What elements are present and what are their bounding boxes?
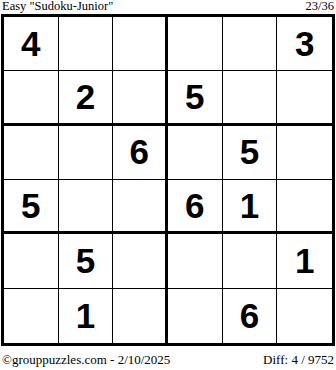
cell-r2c5 [223, 71, 278, 125]
cell-r2c6 [277, 71, 332, 125]
cell-r5c5 [223, 234, 278, 288]
cell-r4c3 [113, 180, 168, 234]
cell-r4c1: 5 [4, 180, 59, 234]
cell-r1c5 [223, 17, 278, 71]
cell-r1c4 [168, 17, 223, 71]
cell-r3c6 [277, 126, 332, 180]
copyright-text: ©grouppuzzles.com - 2/10/2025 [2, 353, 170, 367]
cell-r3c2 [59, 126, 114, 180]
header: Easy "Sudoku-Junior" 23/36 [2, 0, 334, 14]
cell-r5c4 [168, 234, 223, 288]
cell-r4c2 [59, 180, 114, 234]
cell-r2c4: 5 [168, 71, 223, 125]
cell-r6c1 [4, 289, 59, 343]
cell-r6c2: 1 [59, 289, 114, 343]
cell-r6c6 [277, 289, 332, 343]
footer: ©grouppuzzles.com - 2/10/2025 Diff: 4 / … [2, 352, 334, 367]
cell-r5c1 [4, 234, 59, 288]
cell-r3c3: 6 [113, 126, 168, 180]
puzzle-title: Easy "Sudoku-Junior" [2, 0, 113, 13]
puzzle-counter: 23/36 [306, 0, 334, 13]
cell-r2c3 [113, 71, 168, 125]
cell-r4c5: 1 [223, 180, 278, 234]
cell-r3c4 [168, 126, 223, 180]
cell-r1c6: 3 [277, 17, 332, 71]
cell-r3c1 [4, 126, 59, 180]
cell-r6c4 [168, 289, 223, 343]
cell-r4c6 [277, 180, 332, 234]
cell-r6c3 [113, 289, 168, 343]
cell-r5c3 [113, 234, 168, 288]
difficulty-text: Diff: 4 / 9752 [263, 353, 334, 367]
cell-r5c6: 1 [277, 234, 332, 288]
cell-r2c2: 2 [59, 71, 114, 125]
cell-r1c1: 4 [4, 17, 59, 71]
cell-r5c2: 5 [59, 234, 114, 288]
sudoku-junior-board: 4325655615116 [1, 14, 335, 346]
cell-r6c5: 6 [223, 289, 278, 343]
cell-r3c5: 5 [223, 126, 278, 180]
puzzle-page: Easy "Sudoku-Junior" 23/36 4325655615116… [0, 0, 336, 370]
cell-r4c4: 6 [168, 180, 223, 234]
cell-r1c2 [59, 17, 114, 71]
cell-r2c1 [4, 71, 59, 125]
cell-r1c3 [113, 17, 168, 71]
